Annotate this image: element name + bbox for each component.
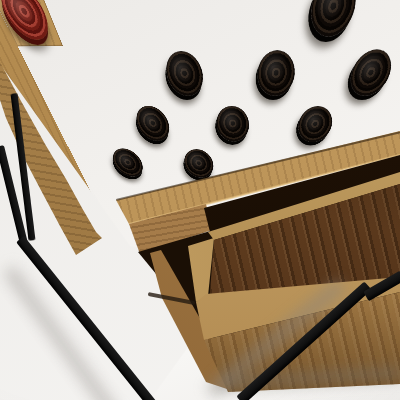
scene xyxy=(0,0,400,400)
